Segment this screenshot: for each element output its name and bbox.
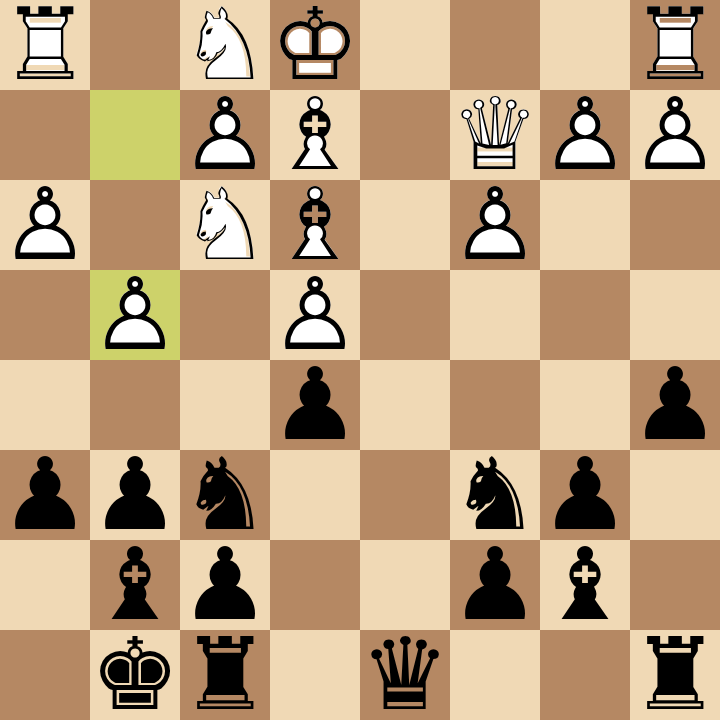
white-pawn-outline-glyph: ♙ bbox=[90, 270, 180, 360]
square-e7[interactable] bbox=[270, 540, 360, 630]
square-b8[interactable] bbox=[540, 630, 630, 720]
square-h7[interactable] bbox=[0, 540, 90, 630]
black-pawn-glyph: ♟ bbox=[540, 450, 630, 540]
black-bishop[interactable]: ♝ bbox=[540, 540, 630, 630]
square-g1[interactable] bbox=[90, 0, 180, 90]
black-pawn[interactable]: ♟ bbox=[630, 360, 720, 450]
white-bishop-glyph: ♝ bbox=[270, 180, 360, 270]
square-d8[interactable]: ♛ bbox=[360, 630, 450, 720]
white-pawn-outline-glyph: ♙ bbox=[450, 180, 540, 270]
square-g2[interactable] bbox=[90, 90, 180, 180]
square-a7[interactable] bbox=[630, 540, 720, 630]
square-b6[interactable]: ♟ bbox=[540, 450, 630, 540]
black-knight[interactable]: ♞ bbox=[180, 450, 270, 540]
square-f5[interactable] bbox=[180, 360, 270, 450]
square-c4[interactable] bbox=[450, 270, 540, 360]
square-b5[interactable] bbox=[540, 360, 630, 450]
black-queen-glyph: ♛ bbox=[360, 630, 450, 720]
white-bishop-outline-glyph: ♗ bbox=[270, 180, 360, 270]
square-h2[interactable] bbox=[0, 90, 90, 180]
square-g8[interactable]: ♚ bbox=[90, 630, 180, 720]
white-pawn-glyph: ♟ bbox=[180, 90, 270, 180]
white-pawn[interactable]: ♟♙ bbox=[90, 270, 180, 360]
black-pawn[interactable]: ♟ bbox=[270, 360, 360, 450]
white-queen[interactable]: ♛♕ bbox=[450, 90, 540, 180]
white-pawn-glyph: ♟ bbox=[630, 90, 720, 180]
square-g7[interactable]: ♝ bbox=[90, 540, 180, 630]
white-pawn-glyph: ♟ bbox=[540, 90, 630, 180]
white-queen-outline-glyph: ♕ bbox=[450, 90, 540, 180]
square-a4[interactable] bbox=[630, 270, 720, 360]
white-rook-outline-glyph: ♖ bbox=[0, 0, 90, 90]
square-c3[interactable]: ♟♙ bbox=[450, 180, 540, 270]
square-c8[interactable] bbox=[450, 630, 540, 720]
square-d2[interactable] bbox=[360, 90, 450, 180]
black-queen[interactable]: ♛ bbox=[360, 630, 450, 720]
square-d4[interactable] bbox=[360, 270, 450, 360]
white-pawn-outline-glyph: ♙ bbox=[540, 90, 630, 180]
square-h3[interactable]: ♟♙ bbox=[0, 180, 90, 270]
square-h6[interactable]: ♟ bbox=[0, 450, 90, 540]
white-pawn[interactable]: ♟♙ bbox=[540, 90, 630, 180]
white-knight[interactable]: ♞♘ bbox=[180, 180, 270, 270]
black-pawn-glyph: ♟ bbox=[630, 360, 720, 450]
black-pawn[interactable]: ♟ bbox=[90, 450, 180, 540]
black-knight-glyph: ♞ bbox=[180, 450, 270, 540]
square-f7[interactable]: ♟ bbox=[180, 540, 270, 630]
square-g5[interactable] bbox=[90, 360, 180, 450]
white-pawn[interactable]: ♟♙ bbox=[270, 270, 360, 360]
square-d5[interactable] bbox=[360, 360, 450, 450]
square-f4[interactable] bbox=[180, 270, 270, 360]
black-pawn-glyph: ♟ bbox=[0, 450, 90, 540]
white-knight-glyph: ♞ bbox=[180, 180, 270, 270]
white-pawn[interactable]: ♟♙ bbox=[180, 90, 270, 180]
black-pawn[interactable]: ♟ bbox=[180, 540, 270, 630]
white-pawn[interactable]: ♟♙ bbox=[450, 180, 540, 270]
white-rook-glyph: ♜ bbox=[0, 0, 90, 90]
black-bishop-glyph: ♝ bbox=[90, 540, 180, 630]
square-e3[interactable]: ♝♗ bbox=[270, 180, 360, 270]
square-d7[interactable] bbox=[360, 540, 450, 630]
square-f3[interactable]: ♞♘ bbox=[180, 180, 270, 270]
square-b7[interactable]: ♝ bbox=[540, 540, 630, 630]
square-f6[interactable]: ♞ bbox=[180, 450, 270, 540]
black-pawn-glyph: ♟ bbox=[270, 360, 360, 450]
chess-board: ♜♖♞♘♚♔♜♖♟♙♝♗♛♕♟♙♟♙♟♙♞♘♝♗♟♙♟♙♟♙♟♟♟♟♞♞♟♝♟♟… bbox=[0, 0, 720, 720]
square-e5[interactable]: ♟ bbox=[270, 360, 360, 450]
white-pawn-outline-glyph: ♙ bbox=[180, 90, 270, 180]
black-pawn-glyph: ♟ bbox=[180, 540, 270, 630]
white-pawn-outline-glyph: ♙ bbox=[270, 270, 360, 360]
square-c1[interactable] bbox=[450, 0, 540, 90]
square-g6[interactable]: ♟ bbox=[90, 450, 180, 540]
square-b1[interactable] bbox=[540, 0, 630, 90]
black-king[interactable]: ♚ bbox=[90, 630, 180, 720]
white-queen-glyph: ♛ bbox=[450, 90, 540, 180]
square-f1[interactable]: ♞♘ bbox=[180, 0, 270, 90]
square-e2[interactable]: ♝♗ bbox=[270, 90, 360, 180]
white-pawn-outline-glyph: ♙ bbox=[0, 180, 90, 270]
square-d3[interactable] bbox=[360, 180, 450, 270]
square-f8[interactable]: ♜ bbox=[180, 630, 270, 720]
square-e6[interactable] bbox=[270, 450, 360, 540]
black-bishop-glyph: ♝ bbox=[540, 540, 630, 630]
white-rook-outline-glyph: ♖ bbox=[630, 0, 720, 90]
square-b4[interactable] bbox=[540, 270, 630, 360]
black-pawn[interactable]: ♟ bbox=[0, 450, 90, 540]
square-h8[interactable] bbox=[0, 630, 90, 720]
black-rook-glyph: ♜ bbox=[630, 630, 720, 720]
square-a5[interactable]: ♟ bbox=[630, 360, 720, 450]
square-a1[interactable]: ♜♖ bbox=[630, 0, 720, 90]
square-c6[interactable]: ♞ bbox=[450, 450, 540, 540]
square-e4[interactable]: ♟♙ bbox=[270, 270, 360, 360]
square-g3[interactable] bbox=[90, 180, 180, 270]
square-b3[interactable] bbox=[540, 180, 630, 270]
white-pawn[interactable]: ♟♙ bbox=[0, 180, 90, 270]
square-c5[interactable] bbox=[450, 360, 540, 450]
square-a3[interactable] bbox=[630, 180, 720, 270]
black-pawn[interactable]: ♟ bbox=[450, 540, 540, 630]
white-pawn-glyph: ♟ bbox=[0, 180, 90, 270]
white-knight-outline-glyph: ♘ bbox=[180, 0, 270, 90]
square-d6[interactable] bbox=[360, 450, 450, 540]
black-rook-glyph: ♜ bbox=[180, 630, 270, 720]
square-c7[interactable]: ♟ bbox=[450, 540, 540, 630]
white-king-glyph: ♚ bbox=[270, 0, 360, 90]
square-e8[interactable] bbox=[270, 630, 360, 720]
white-rook[interactable]: ♜♖ bbox=[0, 0, 90, 90]
square-h5[interactable] bbox=[0, 360, 90, 450]
white-knight-glyph: ♞ bbox=[180, 0, 270, 90]
square-a6[interactable] bbox=[630, 450, 720, 540]
square-e1[interactable]: ♚♔ bbox=[270, 0, 360, 90]
white-pawn-glyph: ♟ bbox=[90, 270, 180, 360]
square-g4[interactable]: ♟♙ bbox=[90, 270, 180, 360]
white-pawn[interactable]: ♟♙ bbox=[630, 90, 720, 180]
black-pawn-glyph: ♟ bbox=[450, 540, 540, 630]
black-pawn[interactable]: ♟ bbox=[540, 450, 630, 540]
white-bishop-outline-glyph: ♗ bbox=[270, 90, 360, 180]
black-rook[interactable]: ♜ bbox=[630, 630, 720, 720]
square-c2[interactable]: ♛♕ bbox=[450, 90, 540, 180]
square-d1[interactable] bbox=[360, 0, 450, 90]
white-king-outline-glyph: ♔ bbox=[270, 0, 360, 90]
square-h1[interactable]: ♜♖ bbox=[0, 0, 90, 90]
black-bishop[interactable]: ♝ bbox=[90, 540, 180, 630]
black-pawn-glyph: ♟ bbox=[90, 450, 180, 540]
square-h4[interactable] bbox=[0, 270, 90, 360]
white-bishop-glyph: ♝ bbox=[270, 90, 360, 180]
white-pawn-glyph: ♟ bbox=[450, 180, 540, 270]
white-pawn-glyph: ♟ bbox=[270, 270, 360, 360]
white-rook[interactable]: ♜♖ bbox=[630, 0, 720, 90]
black-knight[interactable]: ♞ bbox=[450, 450, 540, 540]
black-rook[interactable]: ♜ bbox=[180, 630, 270, 720]
square-b2[interactable]: ♟♙ bbox=[540, 90, 630, 180]
black-knight-glyph: ♞ bbox=[450, 450, 540, 540]
white-pawn-outline-glyph: ♙ bbox=[630, 90, 720, 180]
white-knight-outline-glyph: ♘ bbox=[180, 180, 270, 270]
square-a8[interactable]: ♜ bbox=[630, 630, 720, 720]
square-f2[interactable]: ♟♙ bbox=[180, 90, 270, 180]
white-bishop[interactable]: ♝♗ bbox=[270, 90, 360, 180]
white-king[interactable]: ♚♔ bbox=[270, 0, 360, 90]
black-king-glyph: ♚ bbox=[90, 630, 180, 720]
square-a2[interactable]: ♟♙ bbox=[630, 90, 720, 180]
white-rook-glyph: ♜ bbox=[630, 0, 720, 90]
white-knight[interactable]: ♞♘ bbox=[180, 0, 270, 90]
white-bishop[interactable]: ♝♗ bbox=[270, 180, 360, 270]
